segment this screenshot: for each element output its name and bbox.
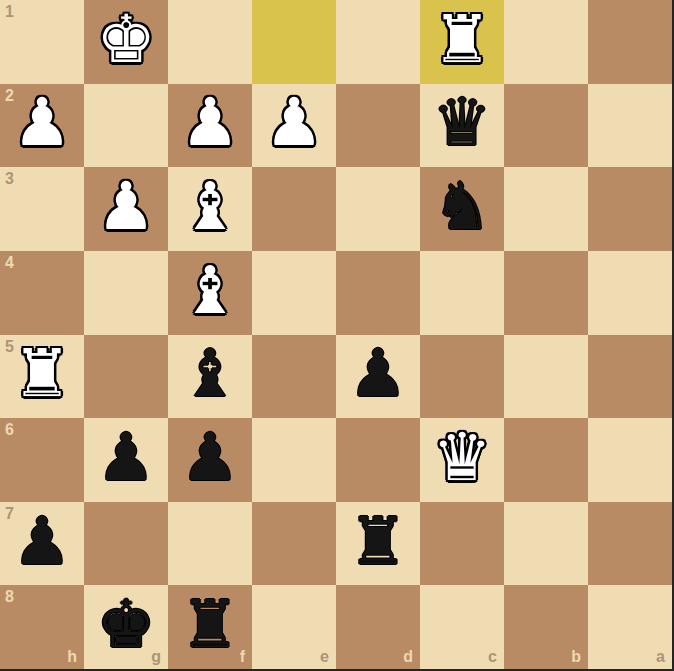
square-d2[interactable] <box>336 84 420 168</box>
file-label-a: a <box>656 649 665 665</box>
black-king-piece[interactable]: ♚ <box>96 592 155 658</box>
square-c1[interactable]: ♜ <box>420 0 504 84</box>
square-b3[interactable] <box>504 167 588 251</box>
white-rook-piece[interactable]: ♜ <box>12 341 71 407</box>
rank-label-3: 3 <box>5 171 14 187</box>
square-b5[interactable] <box>504 335 588 419</box>
file-label-f: f <box>240 649 245 665</box>
square-b8[interactable]: b <box>504 585 588 669</box>
black-rook-piece[interactable]: ♜ <box>348 509 407 575</box>
square-h7[interactable]: 7♟ <box>0 502 84 586</box>
square-g6[interactable]: ♟ <box>84 418 168 502</box>
black-rook-piece[interactable]: ♜ <box>180 592 239 658</box>
black-pawn-piece[interactable]: ♟ <box>348 341 407 407</box>
square-g4[interactable] <box>84 251 168 335</box>
square-d6[interactable] <box>336 418 420 502</box>
square-g7[interactable] <box>84 502 168 586</box>
square-g3[interactable]: ♟ <box>84 167 168 251</box>
black-queen-piece[interactable]: ♛ <box>432 90 491 156</box>
square-c8[interactable]: c <box>420 585 504 669</box>
black-pawn-piece[interactable]: ♟ <box>180 425 239 491</box>
file-label-e: e <box>320 649 329 665</box>
square-h4[interactable]: 4 <box>0 251 84 335</box>
square-h6[interactable]: 6 <box>0 418 84 502</box>
square-f8[interactable]: f♜ <box>168 585 252 669</box>
square-a5[interactable] <box>588 335 672 419</box>
rank-label-4: 4 <box>5 255 14 271</box>
square-h2[interactable]: 2♟ <box>0 84 84 168</box>
file-label-d: d <box>403 649 413 665</box>
square-e4[interactable] <box>252 251 336 335</box>
black-pawn-piece[interactable]: ♟ <box>12 509 71 575</box>
square-e7[interactable] <box>252 502 336 586</box>
square-d3[interactable] <box>336 167 420 251</box>
square-f4[interactable]: ♝ <box>168 251 252 335</box>
chess-board-window: 1♚♜2♟♟♟♛3♟♝♞4♝5♜♝♟6♟♟♛7♟♜8hg♚f♜edcba <box>0 0 674 671</box>
square-f2[interactable]: ♟ <box>168 84 252 168</box>
file-label-b: b <box>571 649 581 665</box>
square-a3[interactable] <box>588 167 672 251</box>
file-label-g: g <box>151 649 161 665</box>
square-g2[interactable] <box>84 84 168 168</box>
square-d7[interactable]: ♜ <box>336 502 420 586</box>
square-c3[interactable]: ♞ <box>420 167 504 251</box>
black-pawn-piece[interactable]: ♟ <box>96 425 155 491</box>
square-h3[interactable]: 3 <box>0 167 84 251</box>
square-a8[interactable]: a <box>588 585 672 669</box>
square-h1[interactable]: 1 <box>0 0 84 84</box>
square-f7[interactable] <box>168 502 252 586</box>
white-bishop-piece[interactable]: ♝ <box>180 258 239 324</box>
rank-label-2: 2 <box>5 88 14 104</box>
square-f1[interactable] <box>168 0 252 84</box>
white-bishop-piece[interactable]: ♝ <box>180 174 239 240</box>
square-a2[interactable] <box>588 84 672 168</box>
square-a4[interactable] <box>588 251 672 335</box>
square-b4[interactable] <box>504 251 588 335</box>
rank-label-6: 6 <box>5 422 14 438</box>
square-d8[interactable]: d <box>336 585 420 669</box>
rank-label-5: 5 <box>5 339 14 355</box>
square-a6[interactable] <box>588 418 672 502</box>
black-knight-piece[interactable]: ♞ <box>432 174 491 240</box>
square-b6[interactable] <box>504 418 588 502</box>
square-e3[interactable] <box>252 167 336 251</box>
square-b1[interactable] <box>504 0 588 84</box>
square-h5[interactable]: 5♜ <box>0 335 84 419</box>
square-g8[interactable]: g♚ <box>84 585 168 669</box>
square-c6[interactable]: ♛ <box>420 418 504 502</box>
square-c7[interactable] <box>420 502 504 586</box>
square-f6[interactable]: ♟ <box>168 418 252 502</box>
white-rook-piece[interactable]: ♜ <box>432 7 491 73</box>
square-h8[interactable]: 8h <box>0 585 84 669</box>
square-e8[interactable]: e <box>252 585 336 669</box>
square-c2[interactable]: ♛ <box>420 84 504 168</box>
black-bishop-piece[interactable]: ♝ <box>180 341 239 407</box>
square-c5[interactable] <box>420 335 504 419</box>
file-label-h: h <box>67 649 77 665</box>
chess-board: 1♚♜2♟♟♟♛3♟♝♞4♝5♜♝♟6♟♟♛7♟♜8hg♚f♜edcba <box>0 0 672 669</box>
rank-label-7: 7 <box>5 506 14 522</box>
square-e1[interactable] <box>252 0 336 84</box>
white-pawn-piece[interactable]: ♟ <box>264 90 323 156</box>
square-b2[interactable] <box>504 84 588 168</box>
rank-label-1: 1 <box>5 4 14 20</box>
square-e5[interactable] <box>252 335 336 419</box>
square-d5[interactable]: ♟ <box>336 335 420 419</box>
square-g1[interactable]: ♚ <box>84 0 168 84</box>
square-c4[interactable] <box>420 251 504 335</box>
square-a7[interactable] <box>588 502 672 586</box>
white-king-piece[interactable]: ♚ <box>96 7 155 73</box>
square-d4[interactable] <box>336 251 420 335</box>
file-label-c: c <box>488 649 497 665</box>
white-queen-piece[interactable]: ♛ <box>432 425 491 491</box>
square-d1[interactable] <box>336 0 420 84</box>
square-f3[interactable]: ♝ <box>168 167 252 251</box>
square-e6[interactable] <box>252 418 336 502</box>
square-b7[interactable] <box>504 502 588 586</box>
white-pawn-piece[interactable]: ♟ <box>12 90 71 156</box>
square-e2[interactable]: ♟ <box>252 84 336 168</box>
square-f5[interactable]: ♝ <box>168 335 252 419</box>
square-a1[interactable] <box>588 0 672 84</box>
white-pawn-piece[interactable]: ♟ <box>180 90 239 156</box>
white-pawn-piece[interactable]: ♟ <box>96 174 155 240</box>
square-g5[interactable] <box>84 335 168 419</box>
rank-label-8: 8 <box>5 589 14 605</box>
